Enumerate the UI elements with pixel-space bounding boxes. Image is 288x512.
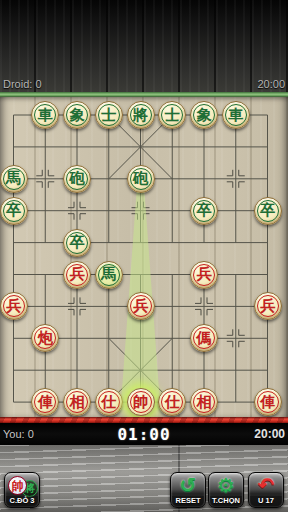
- piece-red-soldier-g[interactable]: 兵: [190, 261, 218, 289]
- undo-icon: ↶: [249, 473, 283, 497]
- red-green-kings-icon: 將 帥: [8, 476, 38, 498]
- piece-red-chariot-right[interactable]: 俥: [254, 388, 282, 416]
- piece-red-advisor-left[interactable]: 仕: [95, 388, 123, 416]
- piece-glyph: 卒: [260, 203, 275, 218]
- piece-face: 兵: [257, 295, 279, 317]
- piece-black-cannon-left[interactable]: 砲: [63, 165, 91, 193]
- piece-glyph: 象: [70, 108, 85, 123]
- app-screen: Droid: 0 20:00 車象士將士象車馬砲砲卒卒卒卒馬兵兵兵兵兵炮傌俥相仕…: [0, 0, 288, 512]
- piece-face: 士: [98, 104, 120, 126]
- piece-glyph: 將: [133, 108, 148, 123]
- piece-face: 兵: [3, 295, 25, 317]
- piece-black-soldier-i[interactable]: 卒: [254, 197, 282, 225]
- options-button[interactable]: ⚙ T.CHỌN: [208, 472, 244, 508]
- piece-face: 車: [225, 104, 247, 126]
- piece-face: 馬: [98, 264, 120, 286]
- piece-black-advisor-left[interactable]: 士: [95, 101, 123, 129]
- piece-glyph: 仕: [165, 395, 180, 410]
- player-clock: 20:00: [254, 427, 285, 441]
- side-level-label: C.ĐỎ 3: [6, 496, 38, 506]
- red-king-mini: 帥: [8, 476, 27, 495]
- piece-face: 車: [34, 104, 56, 126]
- piece-face: 仕: [98, 391, 120, 413]
- piece-glyph: 馬: [101, 267, 116, 282]
- reset-button[interactable]: ↺ RESET: [170, 472, 206, 508]
- opponent-score-label: Droid: 0: [3, 78, 42, 90]
- piece-black-general[interactable]: 將: [127, 101, 155, 129]
- piece-glyph: 俥: [260, 395, 275, 410]
- options-label: T.CHỌN: [210, 496, 242, 506]
- piece-red-elephant-right[interactable]: 相: [190, 388, 218, 416]
- piece-glyph: 象: [197, 108, 212, 123]
- piece-glyph: 車: [228, 108, 243, 123]
- piece-glyph: 卒: [70, 235, 85, 250]
- piece-black-elephant-left[interactable]: 象: [63, 101, 91, 129]
- piece-face: 炮: [34, 327, 56, 349]
- piece-glyph: 兵: [133, 299, 148, 314]
- piece-black-soldier-c[interactable]: 卒: [63, 229, 91, 257]
- piece-face: 相: [193, 391, 215, 413]
- piece-face: 卒: [193, 200, 215, 222]
- piece-face: 俥: [34, 391, 56, 413]
- piece-red-soldier-e[interactable]: 兵: [127, 292, 155, 320]
- gear-icon: ⚙: [209, 473, 243, 497]
- piece-face: 卒: [257, 200, 279, 222]
- piece-face: 象: [193, 104, 215, 126]
- piece-glyph: 砲: [70, 171, 85, 186]
- piece-red-soldier-i[interactable]: 兵: [254, 292, 282, 320]
- player-status-bar: You: 0 01:00 20:00: [0, 423, 288, 445]
- piece-face: 兵: [130, 295, 152, 317]
- piece-face: 兵: [193, 264, 215, 286]
- piece-glyph: 車: [38, 108, 53, 123]
- reset-label: RESET: [172, 496, 204, 506]
- top-wood-panel: Droid: 0 20:00: [0, 0, 288, 92]
- bottom-toolbar-panel: 將 帥 C.ĐỎ 3 ↺ RESET ⚙ T.CHỌN ↶ U 17: [0, 445, 288, 512]
- piece-glyph: 相: [197, 395, 212, 410]
- xiangqi-board[interactable]: 車象士將士象車馬砲砲卒卒卒卒馬兵兵兵兵兵炮傌俥相仕帥仕相俥: [0, 97, 288, 417]
- reset-icon: ↺: [171, 473, 205, 497]
- piece-face: 將: [130, 104, 152, 126]
- piece-glyph: 卒: [6, 203, 21, 218]
- piece-face: 卒: [3, 200, 25, 222]
- piece-face: 帥: [130, 391, 152, 413]
- piece-black-soldier-a[interactable]: 卒: [0, 197, 28, 225]
- piece-black-horse-left[interactable]: 馬: [0, 165, 28, 193]
- piece-glyph: 兵: [70, 267, 85, 282]
- piece-black-chariot-right[interactable]: 車: [222, 101, 250, 129]
- piece-glyph: 兵: [6, 299, 21, 314]
- piece-face: 砲: [66, 168, 88, 190]
- piece-glyph: 士: [101, 108, 116, 123]
- piece-glyph: 卒: [197, 203, 212, 218]
- piece-glyph: 仕: [101, 395, 116, 410]
- side-level-button[interactable]: 將 帥 C.ĐỎ 3: [4, 472, 40, 508]
- piece-glyph: 兵: [260, 299, 275, 314]
- piece-glyph: 炮: [38, 331, 53, 346]
- piece-red-soldier-a[interactable]: 兵: [0, 292, 28, 320]
- move-timer: 01:00: [0, 425, 288, 444]
- piece-face: 傌: [193, 327, 215, 349]
- opponent-status-bar: Droid: 0 20:00: [0, 76, 288, 91]
- piece-glyph: 砲: [133, 171, 148, 186]
- piece-black-soldier-g[interactable]: 卒: [190, 197, 218, 225]
- piece-glyph: 相: [70, 395, 85, 410]
- piece-red-soldier-c[interactable]: 兵: [63, 261, 91, 289]
- undo-button[interactable]: ↶ U 17: [248, 472, 284, 508]
- piece-face: 仕: [161, 391, 183, 413]
- piece-black-elephant-right[interactable]: 象: [190, 101, 218, 129]
- undo-label: U 17: [250, 496, 282, 506]
- piece-face: 士: [161, 104, 183, 126]
- piece-face: 馬: [3, 168, 25, 190]
- piece-black-cannon-center[interactable]: 砲: [127, 165, 155, 193]
- piece-black-horse-right[interactable]: 馬: [95, 261, 123, 289]
- piece-face: 俥: [257, 391, 279, 413]
- opponent-clock: 20:00: [257, 78, 285, 90]
- piece-glyph: 兵: [197, 267, 212, 282]
- piece-glyph: 馬: [6, 171, 21, 186]
- piece-face: 相: [66, 391, 88, 413]
- piece-glyph: 俥: [38, 395, 53, 410]
- piece-glyph: 士: [165, 108, 180, 123]
- piece-face: 兵: [66, 264, 88, 286]
- board-grid: [0, 97, 288, 417]
- piece-face: 砲: [130, 168, 152, 190]
- piece-glyph: 帥: [133, 395, 148, 410]
- piece-red-king[interactable]: 帥: [127, 388, 155, 416]
- piece-face: 象: [66, 104, 88, 126]
- piece-face: 卒: [66, 232, 88, 254]
- piece-glyph: 傌: [197, 331, 212, 346]
- piece-red-elephant-left[interactable]: 相: [63, 388, 91, 416]
